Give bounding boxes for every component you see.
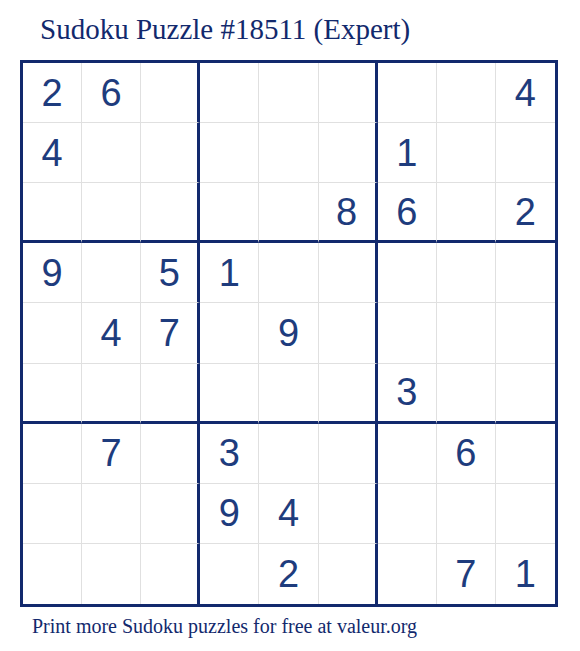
cell-r6c2[interactable] <box>82 364 141 424</box>
cell-r6c5[interactable] <box>259 364 318 424</box>
cell-r7c3[interactable] <box>141 424 200 484</box>
cell-r7c6[interactable] <box>319 424 378 484</box>
cell-r2c7[interactable]: 1 <box>378 123 437 183</box>
cell-r2c8[interactable] <box>437 123 496 183</box>
cell-r4c3[interactable]: 5 <box>141 243 200 303</box>
cell-r5c4[interactable] <box>200 303 259 363</box>
cell-r8c7[interactable] <box>378 484 437 544</box>
cell-r4c9[interactable] <box>496 243 555 303</box>
cell-r5c5[interactable]: 9 <box>259 303 318 363</box>
cell-r8c4[interactable]: 9 <box>200 484 259 544</box>
cell-r8c9[interactable] <box>496 484 555 544</box>
cell-r6c4[interactable] <box>200 364 259 424</box>
cell-r8c2[interactable] <box>82 484 141 544</box>
cell-r7c5[interactable] <box>259 424 318 484</box>
cell-r2c1[interactable]: 4 <box>23 123 82 183</box>
cell-r5c9[interactable] <box>496 303 555 363</box>
cell-r3c8[interactable] <box>437 183 496 243</box>
cell-r8c8[interactable] <box>437 484 496 544</box>
cell-r2c2[interactable] <box>82 123 141 183</box>
page-title: Sudoku Puzzle #18511 (Expert) <box>40 13 410 46</box>
cell-r6c9[interactable] <box>496 364 555 424</box>
cell-r1c6[interactable] <box>319 63 378 123</box>
cell-r2c5[interactable] <box>259 123 318 183</box>
cell-r6c8[interactable] <box>437 364 496 424</box>
cell-r3c1[interactable] <box>23 183 82 243</box>
cell-r3c4[interactable] <box>200 183 259 243</box>
cell-r5c7[interactable] <box>378 303 437 363</box>
cell-r3c2[interactable] <box>82 183 141 243</box>
cell-r4c5[interactable] <box>259 243 318 303</box>
cell-r5c2[interactable]: 4 <box>82 303 141 363</box>
cell-r4c2[interactable] <box>82 243 141 303</box>
cell-r1c3[interactable] <box>141 63 200 123</box>
cell-r9c2[interactable] <box>82 544 141 604</box>
cell-r4c1[interactable]: 9 <box>23 243 82 303</box>
sudoku-board: 26441862951479373694271 <box>20 60 558 607</box>
cell-r1c7[interactable] <box>378 63 437 123</box>
cell-r7c2[interactable]: 7 <box>82 424 141 484</box>
cell-r2c6[interactable] <box>319 123 378 183</box>
cell-r7c7[interactable] <box>378 424 437 484</box>
cell-r8c1[interactable] <box>23 484 82 544</box>
cell-r4c8[interactable] <box>437 243 496 303</box>
cell-r6c1[interactable] <box>23 364 82 424</box>
cell-r4c7[interactable] <box>378 243 437 303</box>
cell-r2c4[interactable] <box>200 123 259 183</box>
cell-r1c9[interactable]: 4 <box>496 63 555 123</box>
cell-r3c9[interactable]: 2 <box>496 183 555 243</box>
cell-r3c5[interactable] <box>259 183 318 243</box>
cell-r9c8[interactable]: 7 <box>437 544 496 604</box>
cell-r8c5[interactable]: 4 <box>259 484 318 544</box>
cell-r9c1[interactable] <box>23 544 82 604</box>
cell-r1c4[interactable] <box>200 63 259 123</box>
cell-r9c9[interactable]: 1 <box>496 544 555 604</box>
cell-r9c7[interactable] <box>378 544 437 604</box>
cell-r5c3[interactable]: 7 <box>141 303 200 363</box>
cell-r7c1[interactable] <box>23 424 82 484</box>
footer-text: Print more Sudoku puzzles for free at va… <box>32 615 417 638</box>
cell-r6c3[interactable] <box>141 364 200 424</box>
cell-r3c3[interactable] <box>141 183 200 243</box>
cell-r7c4[interactable]: 3 <box>200 424 259 484</box>
cell-r4c6[interactable] <box>319 243 378 303</box>
cell-r5c1[interactable] <box>23 303 82 363</box>
cell-r5c6[interactable] <box>319 303 378 363</box>
cell-r1c1[interactable]: 2 <box>23 63 82 123</box>
cell-r8c3[interactable] <box>141 484 200 544</box>
cell-r9c4[interactable] <box>200 544 259 604</box>
cell-r2c3[interactable] <box>141 123 200 183</box>
cell-r3c6[interactable]: 8 <box>319 183 378 243</box>
cell-r6c7[interactable]: 3 <box>378 364 437 424</box>
cell-r1c8[interactable] <box>437 63 496 123</box>
cell-r5c8[interactable] <box>437 303 496 363</box>
cell-r6c6[interactable] <box>319 364 378 424</box>
cell-r1c5[interactable] <box>259 63 318 123</box>
cell-r9c3[interactable] <box>141 544 200 604</box>
cell-r3c7[interactable]: 6 <box>378 183 437 243</box>
cell-r9c5[interactable]: 2 <box>259 544 318 604</box>
cell-r4c4[interactable]: 1 <box>200 243 259 303</box>
cell-r7c9[interactable] <box>496 424 555 484</box>
cell-r9c6[interactable] <box>319 544 378 604</box>
cell-r8c6[interactable] <box>319 484 378 544</box>
cell-r7c8[interactable]: 6 <box>437 424 496 484</box>
cell-r1c2[interactable]: 6 <box>82 63 141 123</box>
sudoku-page: Sudoku Puzzle #18511 (Expert) 2644186295… <box>0 0 580 651</box>
cell-r2c9[interactable] <box>496 123 555 183</box>
